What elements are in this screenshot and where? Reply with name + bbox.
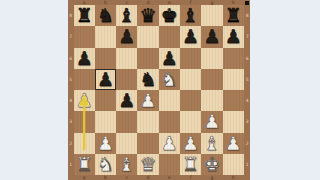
square-c8[interactable]: ♝ — [116, 5, 137, 26]
square-d2[interactable] — [137, 133, 158, 154]
square-h6[interactable] — [223, 48, 244, 69]
square-a5[interactable] — [74, 69, 95, 90]
board-squares: ♜♞♝♛♚♝♜♟♟♟♟♟♟♟♞♞♟♟♟♟♟♟♟♝♟♜♞♝♛♜♚ — [74, 5, 244, 175]
square-b7[interactable] — [95, 26, 116, 47]
piece-white-king-g1: ♚ — [203, 154, 220, 175]
square-e4[interactable] — [159, 90, 180, 111]
square-g4[interactable] — [201, 90, 222, 111]
piece-white-knight-b1: ♞ — [97, 154, 114, 175]
square-e1[interactable] — [159, 154, 180, 175]
square-a2[interactable] — [74, 133, 95, 154]
square-g3[interactable]: ♟ — [201, 111, 222, 132]
square-f4[interactable] — [180, 90, 201, 111]
square-h7[interactable]: ♟ — [223, 26, 244, 47]
piece-white-queen-d1: ♛ — [140, 154, 157, 175]
square-f2[interactable]: ♟ — [180, 133, 201, 154]
square-h5[interactable] — [223, 69, 244, 90]
rank-label-4: 4 — [244, 90, 250, 111]
rank-label-6: 6 — [244, 48, 250, 69]
square-d7[interactable] — [137, 26, 158, 47]
square-f3[interactable] — [180, 111, 201, 132]
square-d1[interactable]: ♛ — [137, 154, 158, 175]
piece-black-king-e8: ♚ — [161, 5, 178, 26]
square-h1[interactable] — [223, 154, 244, 175]
square-a1[interactable]: ♜ — [74, 154, 95, 175]
piece-black-pawn-c7: ♟ — [118, 26, 135, 47]
square-c4[interactable]: ♟ — [116, 90, 137, 111]
piece-white-pawn-d4: ♟ — [140, 90, 157, 111]
square-a3[interactable] — [74, 111, 95, 132]
piece-white-rook-a1: ♜ — [76, 154, 93, 175]
piece-white-pawn-a4: ♟ — [76, 90, 93, 111]
square-g8[interactable] — [201, 5, 222, 26]
square-c3[interactable] — [116, 111, 137, 132]
file-label-g: g — [201, 175, 222, 180]
square-f1[interactable]: ♜ — [180, 154, 201, 175]
square-a4[interactable]: ♟ — [74, 90, 95, 111]
file-label-e: e — [159, 175, 180, 180]
rank-label-8: 8 — [244, 5, 250, 26]
square-h4[interactable] — [223, 90, 244, 111]
file-label-h: h — [223, 175, 244, 180]
piece-white-rook-f1: ♜ — [182, 154, 199, 175]
square-c5[interactable] — [116, 69, 137, 90]
square-g1[interactable]: ♚ — [201, 154, 222, 175]
piece-black-pawn-c4: ♟ — [118, 90, 135, 111]
square-e3[interactable] — [159, 111, 180, 132]
square-b4[interactable] — [95, 90, 116, 111]
rank-label-2: 2 — [244, 133, 250, 154]
piece-black-queen-d8: ♛ — [140, 5, 157, 26]
square-f8[interactable]: ♝ — [180, 5, 201, 26]
square-b8[interactable]: ♞ — [95, 5, 116, 26]
square-h3[interactable] — [223, 111, 244, 132]
file-labels-bottom: abcdefgh — [74, 175, 244, 180]
square-c6[interactable] — [116, 48, 137, 69]
square-a6[interactable]: ♟ — [74, 48, 95, 69]
square-d3[interactable] — [137, 111, 158, 132]
rank-label-1: 1 — [244, 154, 250, 175]
square-g5[interactable] — [201, 69, 222, 90]
piece-black-pawn-b5: ♟ — [97, 69, 114, 90]
square-f6[interactable] — [180, 48, 201, 69]
square-h2[interactable]: ♟ — [223, 133, 244, 154]
square-b6[interactable] — [95, 48, 116, 69]
square-d6[interactable] — [137, 48, 158, 69]
piece-white-pawn-f2: ♟ — [182, 133, 199, 154]
rank-labels-right: 87654321 — [244, 5, 250, 175]
piece-white-bishop-g2: ♝ — [203, 133, 220, 154]
square-e6[interactable]: ♟ — [159, 48, 180, 69]
square-d8[interactable]: ♛ — [137, 5, 158, 26]
chess-board: abcdefgh abcdefgh 87654321 87654321 ♜♞♝♛… — [68, 0, 250, 180]
square-e2[interactable]: ♟ — [159, 133, 180, 154]
piece-white-pawn-e2: ♟ — [161, 133, 178, 154]
square-c7[interactable]: ♟ — [116, 26, 137, 47]
square-a8[interactable]: ♜ — [74, 5, 95, 26]
piece-black-pawn-f7: ♟ — [182, 26, 199, 47]
square-e7[interactable] — [159, 26, 180, 47]
square-d4[interactable]: ♟ — [137, 90, 158, 111]
file-label-b: b — [95, 175, 116, 180]
file-label-a: a — [74, 175, 95, 180]
square-d5[interactable]: ♞ — [137, 69, 158, 90]
square-f7[interactable]: ♟ — [180, 26, 201, 47]
piece-black-rook-h8: ♜ — [225, 5, 242, 26]
piece-white-pawn-b2: ♟ — [97, 133, 114, 154]
piece-white-pawn-g3: ♟ — [203, 111, 220, 132]
piece-black-pawn-e6: ♟ — [161, 48, 178, 69]
piece-black-pawn-a6: ♟ — [76, 48, 93, 69]
file-label-d: d — [137, 175, 158, 180]
piece-white-pawn-h2: ♟ — [225, 133, 242, 154]
square-e8[interactable]: ♚ — [159, 5, 180, 26]
black-to-move-indicator — [245, 1, 250, 6]
square-f5[interactable] — [180, 69, 201, 90]
square-c1[interactable]: ♝ — [116, 154, 137, 175]
piece-black-pawn-g7: ♟ — [203, 26, 220, 47]
piece-white-bishop-c1: ♝ — [118, 154, 135, 175]
piece-black-bishop-f8: ♝ — [182, 5, 199, 26]
square-g6[interactable] — [201, 48, 222, 69]
rank-label-5: 5 — [244, 69, 250, 90]
square-a7[interactable] — [74, 26, 95, 47]
piece-black-rook-a8: ♜ — [76, 5, 93, 26]
rank-label-3: 3 — [244, 111, 250, 132]
square-h8[interactable]: ♜ — [223, 5, 244, 26]
square-c2[interactable] — [116, 133, 137, 154]
square-b5[interactable]: ♟ — [95, 69, 116, 90]
app-background: abcdefgh abcdefgh 87654321 87654321 ♜♞♝♛… — [0, 0, 320, 180]
file-label-c: c — [116, 175, 137, 180]
piece-white-knight-e5: ♞ — [161, 69, 178, 90]
piece-black-knight-b8: ♞ — [97, 5, 114, 26]
square-g7[interactable]: ♟ — [201, 26, 222, 47]
square-g2[interactable]: ♝ — [201, 133, 222, 154]
piece-black-bishop-c8: ♝ — [118, 5, 135, 26]
rank-label-7: 7 — [244, 26, 250, 47]
piece-black-pawn-h7: ♟ — [225, 26, 242, 47]
square-e5[interactable]: ♞ — [159, 69, 180, 90]
square-b1[interactable]: ♞ — [95, 154, 116, 175]
piece-black-knight-d5: ♞ — [140, 69, 157, 90]
square-b2[interactable]: ♟ — [95, 133, 116, 154]
file-label-f: f — [180, 175, 201, 180]
square-b3[interactable] — [95, 111, 116, 132]
